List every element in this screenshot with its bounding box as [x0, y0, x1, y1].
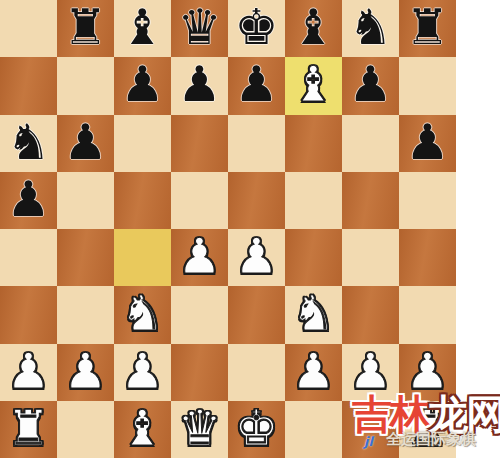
square-d8[interactable]: ♛	[171, 0, 228, 57]
square-h3[interactable]	[399, 286, 456, 343]
piece-white-pawn-e4: ♟	[235, 232, 279, 281]
square-d2[interactable]	[171, 344, 228, 401]
chess-app-screenshot: ♜♝♛♚♝♞♜♟♟♟♝♟♞♟♟♟♟♟♞♞♟♟♟♟♟♟♜♝♛♚♜ 吉林龙网 jl …	[0, 0, 500, 458]
square-f5[interactable]	[285, 172, 342, 229]
piece-black-knight-g8: ♞	[349, 3, 393, 52]
square-e8[interactable]: ♚	[228, 0, 285, 57]
piece-black-bishop-f8: ♝	[292, 3, 336, 52]
piece-white-queen-d1: ♛	[178, 404, 222, 453]
square-a5[interactable]: ♟	[0, 172, 57, 229]
square-h7[interactable]	[399, 57, 456, 114]
square-f8[interactable]: ♝	[285, 0, 342, 57]
square-a3[interactable]	[0, 286, 57, 343]
piece-white-pawn-b2: ♟	[64, 347, 108, 396]
piece-black-pawn-c7: ♟	[121, 60, 165, 109]
piece-black-queen-d8: ♛	[178, 3, 222, 52]
piece-black-pawn-e7: ♟	[235, 60, 279, 109]
piece-black-pawn-g7: ♟	[349, 60, 393, 109]
square-h8[interactable]: ♜	[399, 0, 456, 57]
square-f4[interactable]	[285, 229, 342, 286]
piece-white-rook-h1: ♜	[406, 404, 450, 453]
piece-white-pawn-d4: ♟	[178, 232, 222, 281]
square-a8[interactable]	[0, 0, 57, 57]
piece-white-knight-c3: ♞	[121, 289, 165, 338]
square-c4[interactable]	[114, 229, 171, 286]
square-b6[interactable]: ♟	[57, 115, 114, 172]
square-g3[interactable]	[342, 286, 399, 343]
square-f6[interactable]	[285, 115, 342, 172]
square-a4[interactable]	[0, 229, 57, 286]
square-e2[interactable]	[228, 344, 285, 401]
square-h2[interactable]: ♟	[399, 344, 456, 401]
square-d6[interactable]	[171, 115, 228, 172]
square-d3[interactable]	[171, 286, 228, 343]
square-h1[interactable]: ♜	[399, 401, 456, 458]
square-c3[interactable]: ♞	[114, 286, 171, 343]
square-g8[interactable]: ♞	[342, 0, 399, 57]
square-g7[interactable]: ♟	[342, 57, 399, 114]
square-d4[interactable]: ♟	[171, 229, 228, 286]
board: ♜♝♛♚♝♞♜♟♟♟♝♟♞♟♟♟♟♟♞♞♟♟♟♟♟♟♜♝♛♚♜	[0, 0, 456, 458]
square-d5[interactable]	[171, 172, 228, 229]
square-d7[interactable]: ♟	[171, 57, 228, 114]
square-g1[interactable]	[342, 401, 399, 458]
piece-white-rook-a1: ♜	[7, 404, 51, 453]
square-b3[interactable]	[57, 286, 114, 343]
square-b5[interactable]	[57, 172, 114, 229]
square-e4[interactable]: ♟	[228, 229, 285, 286]
square-f1[interactable]	[285, 401, 342, 458]
piece-black-knight-a6: ♞	[7, 118, 51, 167]
piece-white-pawn-c2: ♟	[121, 347, 165, 396]
square-b8[interactable]: ♜	[57, 0, 114, 57]
piece-black-rook-h8: ♜	[406, 3, 450, 52]
piece-black-pawn-b6: ♟	[64, 118, 108, 167]
square-c5[interactable]	[114, 172, 171, 229]
piece-black-rook-b8: ♜	[64, 3, 108, 52]
square-b2[interactable]: ♟	[57, 344, 114, 401]
square-b1[interactable]	[57, 401, 114, 458]
square-e3[interactable]	[228, 286, 285, 343]
piece-black-king-e8: ♚	[235, 3, 279, 52]
square-h5[interactable]	[399, 172, 456, 229]
piece-white-knight-f3: ♞	[292, 289, 336, 338]
right-margin	[456, 0, 500, 458]
square-b7[interactable]	[57, 57, 114, 114]
square-g5[interactable]	[342, 172, 399, 229]
square-e7[interactable]: ♟	[228, 57, 285, 114]
piece-white-king-e1: ♚	[235, 404, 279, 453]
square-f7[interactable]: ♝	[285, 57, 342, 114]
piece-black-pawn-h6: ♟	[406, 118, 450, 167]
square-a2[interactable]: ♟	[0, 344, 57, 401]
square-c8[interactable]: ♝	[114, 0, 171, 57]
square-e5[interactable]	[228, 172, 285, 229]
square-g4[interactable]	[342, 229, 399, 286]
piece-black-pawn-a5: ♟	[7, 175, 51, 224]
square-b4[interactable]	[57, 229, 114, 286]
square-c6[interactable]	[114, 115, 171, 172]
square-e6[interactable]	[228, 115, 285, 172]
piece-white-pawn-g2: ♟	[349, 347, 393, 396]
square-f2[interactable]: ♟	[285, 344, 342, 401]
square-d1[interactable]: ♛	[171, 401, 228, 458]
square-c7[interactable]: ♟	[114, 57, 171, 114]
square-a6[interactable]: ♞	[0, 115, 57, 172]
piece-white-pawn-f2: ♟	[292, 347, 336, 396]
piece-white-pawn-h2: ♟	[406, 347, 450, 396]
piece-black-bishop-c8: ♝	[121, 3, 165, 52]
piece-white-bishop-f7: ♝	[292, 60, 336, 109]
piece-white-bishop-c1: ♝	[121, 404, 165, 453]
square-e1[interactable]: ♚	[228, 401, 285, 458]
square-h4[interactable]	[399, 229, 456, 286]
square-f3[interactable]: ♞	[285, 286, 342, 343]
square-c2[interactable]: ♟	[114, 344, 171, 401]
square-g6[interactable]	[342, 115, 399, 172]
piece-white-pawn-a2: ♟	[7, 347, 51, 396]
square-a1[interactable]: ♜	[0, 401, 57, 458]
square-h6[interactable]: ♟	[399, 115, 456, 172]
square-a7[interactable]	[0, 57, 57, 114]
square-c1[interactable]: ♝	[114, 401, 171, 458]
piece-black-pawn-d7: ♟	[178, 60, 222, 109]
square-g2[interactable]: ♟	[342, 344, 399, 401]
